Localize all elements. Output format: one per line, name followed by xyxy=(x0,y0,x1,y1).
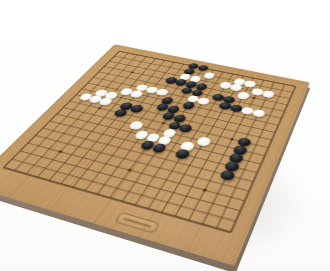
star-point xyxy=(98,107,103,110)
star-point xyxy=(202,188,207,192)
black-stone xyxy=(150,143,167,154)
black-stone xyxy=(174,149,191,160)
photo-scene xyxy=(0,0,330,271)
white-stone xyxy=(145,133,162,144)
star-point xyxy=(161,122,166,125)
white-stone xyxy=(133,130,150,140)
white-stone xyxy=(156,135,173,146)
black-stone xyxy=(219,169,236,181)
black-stone xyxy=(232,144,248,155)
star-point xyxy=(252,97,256,99)
star-point xyxy=(127,168,132,171)
black-stone xyxy=(236,137,252,148)
black-stone xyxy=(228,152,244,164)
star-point xyxy=(58,150,63,153)
white-stone xyxy=(179,141,196,152)
star-point xyxy=(230,138,234,141)
white-stone xyxy=(196,136,212,147)
black-stone xyxy=(223,160,240,172)
white-stone xyxy=(161,128,177,138)
maker-stamp xyxy=(115,212,161,234)
star-point xyxy=(130,71,134,73)
black-stone xyxy=(139,140,156,151)
